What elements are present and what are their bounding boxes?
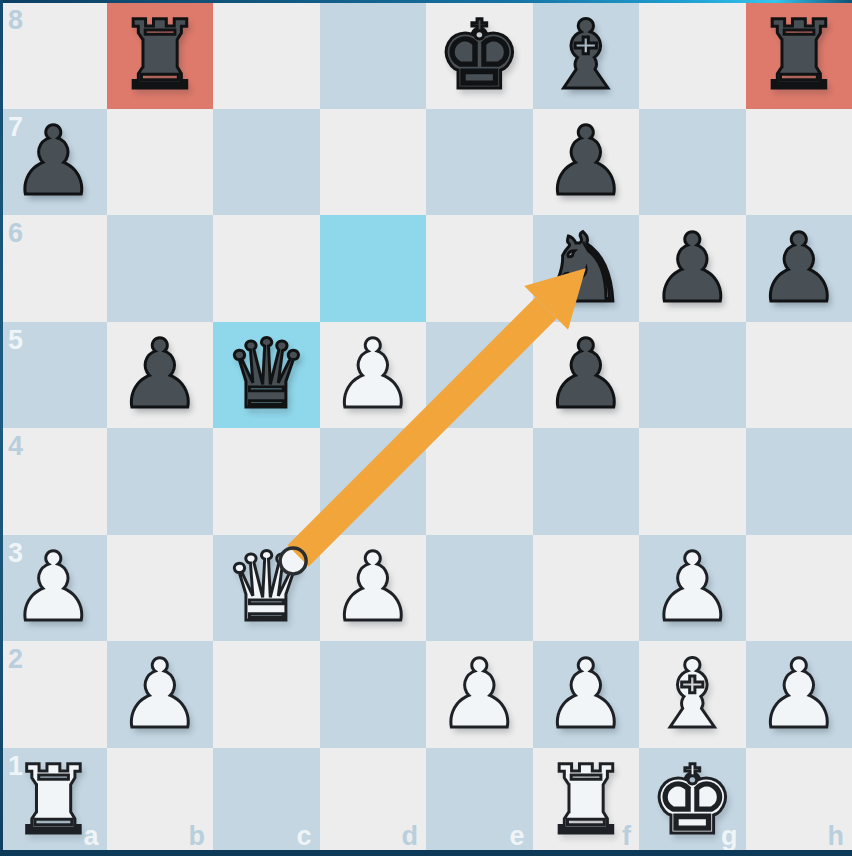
file-label-b: b bbox=[189, 823, 206, 850]
piece-white-pawn-h2[interactable]: ♟ bbox=[746, 641, 852, 748]
square-e4[interactable] bbox=[426, 428, 533, 535]
square-b6[interactable] bbox=[107, 215, 214, 322]
piece-black-pawn-a7[interactable]: ♟ bbox=[0, 109, 107, 216]
square-c1[interactable]: c bbox=[213, 748, 320, 855]
square-e3[interactable] bbox=[426, 535, 533, 642]
square-h3[interactable] bbox=[746, 535, 852, 642]
piece-white-bishop-g2[interactable]: ♝ bbox=[639, 641, 746, 748]
square-d4[interactable] bbox=[320, 428, 427, 535]
chess-board-app: 87654321abcdefgh ♜♚♝♜♟♟♞♟♟♟♛♟♟♟♛♟♟♟♟♟♝♟♜… bbox=[0, 0, 852, 856]
square-d7[interactable] bbox=[320, 109, 427, 216]
square-h5[interactable] bbox=[746, 322, 852, 429]
piece-black-bishop-f8[interactable]: ♝ bbox=[533, 2, 640, 109]
rank-label-6: 6 bbox=[8, 220, 23, 247]
square-h7[interactable] bbox=[746, 109, 852, 216]
piece-white-king-g1[interactable]: ♚ bbox=[639, 748, 746, 855]
square-f3[interactable] bbox=[533, 535, 640, 642]
piece-black-pawn-h6[interactable]: ♟ bbox=[746, 215, 852, 322]
square-c6[interactable] bbox=[213, 215, 320, 322]
file-label-d: d bbox=[402, 823, 419, 850]
piece-white-pawn-d5[interactable]: ♟ bbox=[320, 322, 427, 429]
square-d2[interactable] bbox=[320, 641, 427, 748]
square-c4[interactable] bbox=[213, 428, 320, 535]
file-label-c: c bbox=[296, 823, 311, 850]
square-g5[interactable] bbox=[639, 322, 746, 429]
square-d6[interactable] bbox=[320, 215, 427, 322]
square-h4[interactable] bbox=[746, 428, 852, 535]
rank-label-8: 8 bbox=[8, 7, 23, 34]
rank-label-4: 4 bbox=[8, 433, 23, 460]
square-g7[interactable] bbox=[639, 109, 746, 216]
piece-white-rook-a1[interactable]: ♜ bbox=[0, 748, 107, 855]
square-b3[interactable] bbox=[107, 535, 214, 642]
piece-black-pawn-b5[interactable]: ♟ bbox=[107, 322, 214, 429]
piece-black-pawn-f7[interactable]: ♟ bbox=[533, 109, 640, 216]
piece-black-rook-b8[interactable]: ♜ bbox=[107, 2, 214, 109]
file-label-e: e bbox=[509, 823, 524, 850]
piece-black-queen-c5[interactable]: ♛ bbox=[213, 322, 320, 429]
board-border-left bbox=[0, 0, 3, 856]
file-label-h: h bbox=[828, 823, 845, 850]
square-e6[interactable] bbox=[426, 215, 533, 322]
piece-black-rook-h8[interactable]: ♜ bbox=[746, 2, 852, 109]
piece-white-pawn-f2[interactable]: ♟ bbox=[533, 641, 640, 748]
square-e1[interactable]: e bbox=[426, 748, 533, 855]
piece-white-pawn-e2[interactable]: ♟ bbox=[426, 641, 533, 748]
square-e5[interactable] bbox=[426, 322, 533, 429]
rank-label-5: 5 bbox=[8, 327, 23, 354]
square-f4[interactable] bbox=[533, 428, 640, 535]
square-c2[interactable] bbox=[213, 641, 320, 748]
square-a8[interactable]: 8 bbox=[0, 2, 107, 109]
square-d1[interactable]: d bbox=[320, 748, 427, 855]
square-c7[interactable] bbox=[213, 109, 320, 216]
piece-white-pawn-d3[interactable]: ♟ bbox=[320, 535, 427, 642]
square-b1[interactable]: b bbox=[107, 748, 214, 855]
square-e7[interactable] bbox=[426, 109, 533, 216]
piece-white-queen-c3[interactable]: ♛ bbox=[213, 535, 320, 642]
board-border-top bbox=[0, 0, 852, 3]
square-g4[interactable] bbox=[639, 428, 746, 535]
square-h1[interactable]: h bbox=[746, 748, 852, 855]
square-d8[interactable] bbox=[320, 2, 427, 109]
square-b4[interactable] bbox=[107, 428, 214, 535]
square-a6[interactable]: 6 bbox=[0, 215, 107, 322]
square-b7[interactable] bbox=[107, 109, 214, 216]
square-a4[interactable]: 4 bbox=[0, 428, 107, 535]
square-a2[interactable]: 2 bbox=[0, 641, 107, 748]
square-a5[interactable]: 5 bbox=[0, 322, 107, 429]
piece-white-pawn-b2[interactable]: ♟ bbox=[107, 641, 214, 748]
piece-black-pawn-f5[interactable]: ♟ bbox=[533, 322, 640, 429]
piece-black-king-e8[interactable]: ♚ bbox=[426, 2, 533, 109]
piece-white-rook-f1[interactable]: ♜ bbox=[533, 748, 640, 855]
board-border-bottom bbox=[0, 850, 852, 856]
rank-label-2: 2 bbox=[8, 646, 23, 673]
square-c8[interactable] bbox=[213, 2, 320, 109]
piece-black-knight-f6[interactable]: ♞ bbox=[533, 215, 640, 322]
piece-black-pawn-g6[interactable]: ♟ bbox=[639, 215, 746, 322]
piece-white-pawn-g3[interactable]: ♟ bbox=[639, 535, 746, 642]
square-g8[interactable] bbox=[639, 2, 746, 109]
piece-white-pawn-a3[interactable]: ♟ bbox=[0, 535, 107, 642]
